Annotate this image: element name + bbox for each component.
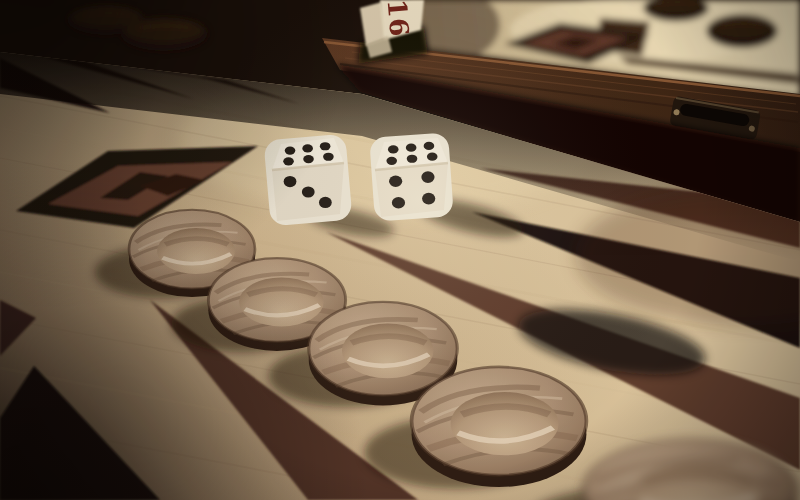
backgammon-board-photo: 16 bbox=[0, 0, 800, 500]
warm-tone bbox=[0, 0, 800, 500]
